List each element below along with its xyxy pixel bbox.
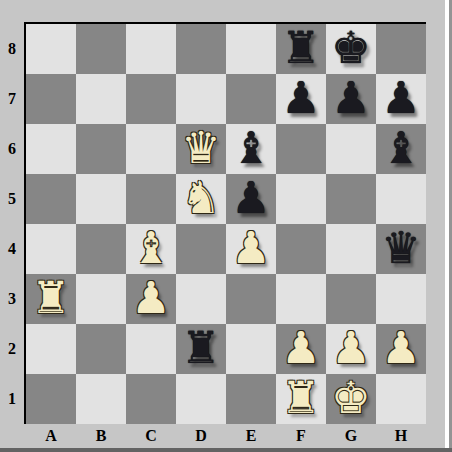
- square-h3[interactable]: [376, 274, 426, 324]
- rank-label-1: 1: [2, 374, 22, 424]
- black-rook[interactable]: ♜: [281, 24, 320, 73]
- square-b2[interactable]: [76, 324, 126, 374]
- square-e2[interactable]: [226, 324, 276, 374]
- square-d6[interactable]: ♛: [176, 124, 226, 174]
- black-pawn[interactable]: ♟: [331, 74, 370, 123]
- white-rook[interactable]: ♜: [281, 374, 320, 423]
- white-knight[interactable]: ♞: [181, 174, 220, 223]
- square-c4[interactable]: ♝: [126, 224, 176, 274]
- square-c2[interactable]: [126, 324, 176, 374]
- file-label-b: B: [76, 427, 126, 445]
- square-c5[interactable]: [126, 174, 176, 224]
- square-f4[interactable]: [276, 224, 326, 274]
- square-a4[interactable]: [26, 224, 76, 274]
- white-pawn[interactable]: ♟: [331, 324, 370, 373]
- square-c8[interactable]: [126, 24, 176, 74]
- square-e7[interactable]: [226, 74, 276, 124]
- square-f2[interactable]: ♟: [276, 324, 326, 374]
- square-f6[interactable]: [276, 124, 326, 174]
- rank-label-2: 2: [2, 324, 22, 374]
- square-e1[interactable]: [226, 374, 276, 424]
- rank-label-8: 8: [2, 24, 22, 74]
- black-pawn[interactable]: ♟: [231, 174, 270, 223]
- square-a3[interactable]: ♜: [26, 274, 76, 324]
- square-f7[interactable]: ♟: [276, 74, 326, 124]
- file-label-a: A: [26, 427, 76, 445]
- white-pawn[interactable]: ♟: [281, 324, 320, 373]
- square-d5[interactable]: ♞: [176, 174, 226, 224]
- square-a1[interactable]: [26, 374, 76, 424]
- square-a8[interactable]: [26, 24, 76, 74]
- rank-label-7: 7: [2, 74, 22, 124]
- black-bishop[interactable]: ♝: [231, 124, 270, 173]
- square-b4[interactable]: [76, 224, 126, 274]
- square-h1[interactable]: [376, 374, 426, 424]
- white-pawn[interactable]: ♟: [231, 224, 270, 273]
- white-bishop[interactable]: ♝: [131, 224, 170, 273]
- square-b8[interactable]: [76, 24, 126, 74]
- square-e4[interactable]: ♟: [226, 224, 276, 274]
- square-g5[interactable]: [326, 174, 376, 224]
- white-king[interactable]: ♚: [331, 374, 370, 423]
- square-g8[interactable]: ♚: [326, 24, 376, 74]
- square-c6[interactable]: [126, 124, 176, 174]
- square-f3[interactable]: [276, 274, 326, 324]
- rank-label-5: 5: [2, 174, 22, 224]
- file-label-d: D: [176, 427, 226, 445]
- square-a2[interactable]: [26, 324, 76, 374]
- square-d4[interactable]: [176, 224, 226, 274]
- square-d8[interactable]: [176, 24, 226, 74]
- rank-label-3: 3: [2, 274, 22, 324]
- black-rook[interactable]: ♜: [181, 324, 220, 373]
- square-b5[interactable]: [76, 174, 126, 224]
- square-h6[interactable]: ♝: [376, 124, 426, 174]
- square-e5[interactable]: ♟: [226, 174, 276, 224]
- square-g3[interactable]: [326, 274, 376, 324]
- square-h2[interactable]: ♟: [376, 324, 426, 374]
- square-d1[interactable]: [176, 374, 226, 424]
- rank-label-6: 6: [2, 124, 22, 174]
- square-c3[interactable]: ♟: [126, 274, 176, 324]
- square-a5[interactable]: [26, 174, 76, 224]
- square-f1[interactable]: ♜: [276, 374, 326, 424]
- square-b1[interactable]: [76, 374, 126, 424]
- square-f5[interactable]: [276, 174, 326, 224]
- square-h5[interactable]: [376, 174, 426, 224]
- square-b7[interactable]: [76, 74, 126, 124]
- square-e6[interactable]: ♝: [226, 124, 276, 174]
- file-label-e: E: [226, 427, 276, 445]
- black-queen[interactable]: ♛: [381, 224, 420, 273]
- square-b6[interactable]: [76, 124, 126, 174]
- white-pawn[interactable]: ♟: [131, 274, 170, 323]
- white-pawn[interactable]: ♟: [381, 324, 420, 373]
- rank-label-4: 4: [2, 224, 22, 274]
- white-queen[interactable]: ♛: [181, 124, 220, 173]
- file-label-g: G: [326, 427, 376, 445]
- square-g1[interactable]: ♚: [326, 374, 376, 424]
- black-king[interactable]: ♚: [331, 24, 370, 73]
- square-a6[interactable]: [26, 124, 76, 174]
- square-a7[interactable]: [26, 74, 76, 124]
- square-g6[interactable]: [326, 124, 376, 174]
- black-bishop[interactable]: ♝: [381, 124, 420, 173]
- black-pawn[interactable]: ♟: [281, 74, 320, 123]
- square-d2[interactable]: ♜: [176, 324, 226, 374]
- square-e3[interactable]: [226, 274, 276, 324]
- square-d7[interactable]: [176, 74, 226, 124]
- square-e8[interactable]: [226, 24, 276, 74]
- file-label-c: C: [126, 427, 176, 445]
- square-g4[interactable]: [326, 224, 376, 274]
- square-c7[interactable]: [126, 74, 176, 124]
- square-h7[interactable]: ♟: [376, 74, 426, 124]
- square-g2[interactable]: ♟: [326, 324, 376, 374]
- square-b3[interactable]: [76, 274, 126, 324]
- frame-bottom-edge: [0, 448, 452, 452]
- square-d3[interactable]: [176, 274, 226, 324]
- square-f8[interactable]: ♜: [276, 24, 326, 74]
- chess-diagram: ♜♚♟♟♟♛♝♝♞♟♝♟♛♜♟♜♟♟♟♜♚ 87654321 ABCDEFGH: [0, 0, 452, 452]
- file-label-h: H: [376, 427, 426, 445]
- square-h4[interactable]: ♛: [376, 224, 426, 274]
- white-rook[interactable]: ♜: [31, 274, 70, 323]
- square-c1[interactable]: [126, 374, 176, 424]
- black-pawn[interactable]: ♟: [381, 74, 420, 123]
- square-h8[interactable]: [376, 24, 426, 74]
- file-label-f: F: [276, 427, 326, 445]
- square-g7[interactable]: ♟: [326, 74, 376, 124]
- chess-board: ♜♚♟♟♟♛♝♝♞♟♝♟♛♜♟♜♟♟♟♜♚: [24, 22, 426, 424]
